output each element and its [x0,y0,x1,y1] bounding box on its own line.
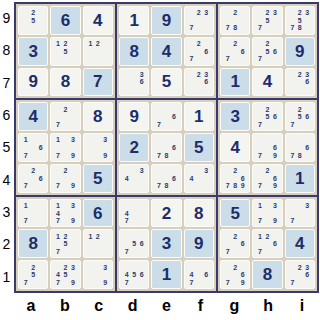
cell-a2[interactable]: 8 [18,229,48,258]
cell-g4[interactable]: 26789 [220,164,250,193]
candidate-9 [271,248,278,256]
cell-d4[interactable]: 34 [119,164,149,193]
candidate-7: 7 [256,182,263,190]
candidate-9 [37,151,44,159]
cell-b2[interactable]: 1257 [50,229,80,258]
candidate-3 [239,9,246,17]
candidate-8 [62,151,69,159]
candidate-4 [54,240,61,248]
box-0: 2564312512987 [16,4,115,98]
candidate-6 [69,271,76,279]
candidate-7: 7 [289,24,296,32]
candidate-2: 2 [264,105,271,113]
candidate-6: 6 [170,113,177,121]
cell-a8[interactable]: 3 [18,37,48,66]
candidate-6: 6 [304,113,311,121]
cell-h1[interactable]: 8 [252,260,282,289]
cell-e4[interactable]: 678 [151,164,181,193]
candidate-grid: 2567 [253,103,281,130]
cell-i1[interactable]: 2367 [285,260,315,289]
candidate-grid: 12 [84,230,112,257]
cell-g2[interactable]: 267 [220,229,250,258]
cell-d2[interactable]: 567 [119,229,149,258]
cell-h8[interactable]: 2567 [252,37,282,66]
candidate-3 [138,232,145,240]
candidate-9 [304,278,311,286]
candidate-6 [37,209,44,217]
candidate-7: 7 [224,182,231,190]
candidate-2: 2 [296,71,303,79]
candidate-7: 7 [256,55,263,63]
cell-c3[interactable]: 6 [83,199,113,228]
candidate-6: 6 [138,78,145,86]
cell-value: 4 [263,73,272,90]
cell-value: 9 [162,12,171,29]
candidate-5 [62,174,69,182]
candidate-1 [188,40,195,48]
candidate-4 [54,174,61,182]
candidate-1 [123,202,130,210]
candidate-2 [296,202,303,210]
candidate-7: 7 [123,217,130,225]
candidate-6: 6 [203,47,210,55]
cell-i5[interactable]: 678 [285,133,315,162]
box-5: 32567256746796782678926791 [218,100,317,194]
candidate-6 [271,209,278,217]
candidate-2 [62,202,69,210]
candidate-grid: 17 [19,200,47,227]
cell-c2[interactable]: 12 [83,229,113,258]
candidate-grid: 36 [120,69,148,96]
candidate-5 [195,17,202,25]
candidate-5 [231,240,238,248]
candidate-3 [69,232,76,240]
cell-b8[interactable]: 125 [50,37,80,66]
candidate-4 [188,47,195,55]
cell-c6[interactable]: 8 [83,102,113,131]
candidate-5: 5 [130,240,137,248]
candidate-2: 2 [231,9,238,17]
candidate-7: 7 [123,278,130,286]
candidate-6 [102,47,109,55]
candidate-6 [69,47,76,55]
cell-c5[interactable]: 39 [83,133,113,162]
cell-e9[interactable]: 9 [151,6,181,35]
candidate-8 [130,217,137,225]
cell-g5[interactable]: 4 [220,133,250,162]
candidate-2 [195,263,202,271]
candidate-8: 8 [231,182,238,190]
cell-a9[interactable]: 25 [18,6,48,35]
cell-value: 2 [129,139,138,156]
candidate-7: 7 [54,121,61,129]
cell-g8[interactable]: 267 [220,37,250,66]
candidate-5 [29,144,36,152]
cell-i9[interactable]: 23578 [285,6,315,35]
cell-c9[interactable]: 4 [83,6,113,35]
candidate-7: 7 [22,182,29,190]
candidate-7: 7 [224,248,231,256]
candidate-9 [203,24,210,32]
candidate-8 [195,182,202,190]
candidate-7 [54,55,61,63]
candidate-5 [130,78,137,86]
candidate-4 [188,17,195,25]
candidate-3 [239,232,246,240]
cell-value: 3 [230,108,239,125]
candidate-5: 5 [296,113,303,121]
cell-c7[interactable]: 7 [83,68,113,97]
candidate-6 [37,17,44,25]
candidate-grid: 2567 [253,38,281,65]
candidate-9 [203,182,210,190]
candidate-3: 3 [102,263,109,271]
cell-h6[interactable]: 2567 [252,102,282,131]
candidate-8 [264,248,271,256]
cell-a4[interactable]: 267 [18,164,48,193]
candidate-9 [304,24,311,32]
candidate-4 [22,144,29,152]
candidate-4 [87,144,94,152]
candidate-8 [29,151,36,159]
candidate-4 [256,113,263,121]
cell-g6[interactable]: 3 [220,102,250,131]
candidate-5: 5 [264,17,271,25]
cell-b1[interactable]: 234579 [50,260,80,289]
candidate-4 [224,47,231,55]
cell-a3[interactable]: 17 [18,199,48,228]
cell-i7[interactable]: 236 [285,68,315,97]
cell-value: 5 [230,205,239,222]
candidate-3 [138,202,145,210]
row-label-1: 1 [0,261,13,293]
candidate-2 [130,167,137,175]
candidate-3 [271,232,278,240]
candidate-1: 1 [256,202,263,210]
cell-h4[interactable]: 2679 [252,164,282,193]
candidate-6: 6 [304,78,311,86]
candidate-5: 5 [62,47,69,55]
cell-h2[interactable]: 1267 [252,229,282,258]
cell-value: 2 [162,205,171,222]
candidate-6 [69,113,76,121]
cell-f2[interactable]: 9 [184,229,214,258]
col-label-f: f [183,293,217,319]
cell-h9[interactable]: 2357 [252,6,282,35]
candidate-5: 5 [296,17,303,25]
candidate-2: 2 [231,40,238,48]
cell-e8[interactable]: 4 [151,37,181,66]
cell-value: 9 [194,235,203,252]
cell-value: 5 [194,139,203,156]
candidate-7: 7 [256,24,263,32]
cell-value: 8 [93,108,102,125]
candidate-1 [289,9,296,17]
cell-c8[interactable]: 12 [83,37,113,66]
candidate-8 [195,86,202,94]
cell-f5[interactable]: 5 [184,133,214,162]
candidate-5 [195,78,202,86]
candidate-9 [102,248,109,256]
cell-d9[interactable]: 1 [119,6,149,35]
candidate-4: 4 [188,271,195,279]
candidate-2: 2 [62,232,69,240]
candidate-7: 7 [289,278,296,286]
cell-d5[interactable]: 2 [119,133,149,162]
candidate-9 [170,121,177,129]
cell-g3[interactable]: 5 [220,199,250,228]
candidate-9 [239,55,246,63]
candidate-5 [94,47,101,55]
candidate-grid: 34 [120,165,148,192]
candidate-8 [264,217,271,225]
cell-i3[interactable]: 37 [285,199,315,228]
candidate-4 [224,240,231,248]
cell-e6[interactable]: 67 [151,102,181,131]
col-label-e: e [150,293,184,319]
candidate-2: 2 [296,105,303,113]
candidate-4 [87,240,94,248]
candidate-3: 3 [203,9,210,17]
candidate-6: 6 [271,240,278,248]
candidate-8 [29,278,36,286]
cell-e1[interactable]: 1 [151,260,181,289]
candidate-6: 6 [37,174,44,182]
candidate-1 [155,136,162,144]
candidate-9 [203,55,210,63]
candidate-4 [224,17,231,25]
cell-f8[interactable]: 267 [184,37,214,66]
cell-h3[interactable]: 1379 [252,199,282,228]
candidate-7: 7 [155,151,162,159]
col-label-d: d [116,293,150,319]
candidate-3 [69,105,76,113]
candidate-5 [195,271,202,279]
candidate-2 [29,136,36,144]
candidate-6: 6 [239,47,246,55]
cell-a1[interactable]: 257 [18,260,48,289]
candidate-4: 4 [123,209,130,217]
candidate-9: 9 [69,217,76,225]
cell-d8[interactable]: 8 [119,37,149,66]
candidate-2 [163,136,170,144]
row-labels: 987654321 [0,2,13,293]
candidate-4 [224,174,231,182]
candidate-1 [123,263,130,271]
candidate-3 [102,40,109,48]
candidate-9 [239,248,246,256]
candidate-grid: 26789 [221,165,249,192]
candidate-9 [138,86,145,94]
cell-d1[interactable]: 4567 [119,260,149,289]
cell-i6[interactable]: 2567 [285,102,315,131]
candidate-2: 2 [62,263,69,271]
cell-c4[interactable]: 5 [83,164,113,193]
candidate-5 [62,144,69,152]
cell-b9[interactable]: 6 [50,6,80,35]
candidate-grid: 1379 [51,134,79,161]
sudoku-app: 987654321 256431251298719237842673652362… [0,0,320,320]
candidate-6 [102,240,109,248]
cell-f9[interactable]: 237 [184,6,214,35]
candidate-8: 8 [296,151,303,159]
candidate-5: 5 [29,17,36,25]
candidate-1 [224,263,231,271]
candidate-9 [69,248,76,256]
candidate-5 [163,174,170,182]
candidate-grid: 2357 [253,7,281,34]
candidate-4 [289,271,296,279]
box-7: 47285673945671467 [117,197,216,291]
candidate-3: 3 [271,9,278,17]
candidate-grid: 267 [221,230,249,257]
candidate-4 [22,209,29,217]
cell-e3[interactable]: 2 [151,199,181,228]
candidate-8 [94,151,101,159]
cell-value: 9 [295,43,304,60]
candidate-5 [264,240,271,248]
candidate-7: 7 [54,151,61,159]
candidate-4 [155,144,162,152]
cell-a6[interactable]: 4 [18,102,48,131]
candidate-1 [289,202,296,210]
cell-g7[interactable]: 1 [220,68,250,97]
candidate-4 [289,144,296,152]
candidate-grid: 279 [51,165,79,192]
candidate-2 [163,167,170,175]
cell-value: 8 [28,235,37,252]
cell-f6[interactable]: 1 [184,102,214,131]
candidate-1 [123,71,130,79]
candidate-2 [264,136,271,144]
candidate-grid: 2567 [286,103,314,130]
candidate-9: 9 [69,151,76,159]
candidate-9: 9 [239,278,246,286]
cell-d6[interactable]: 9 [119,102,149,131]
candidate-3: 3 [304,263,311,271]
cell-value: 8 [263,266,272,283]
cell-value: 6 [93,205,102,222]
candidate-7: 7 [22,151,29,159]
candidate-7: 7 [289,121,296,129]
cell-a7[interactable]: 9 [18,68,48,97]
candidate-5 [29,174,36,182]
candidate-3: 3 [304,9,311,17]
candidate-3: 3 [203,167,210,175]
cell-i2[interactable]: 4 [285,229,315,258]
candidate-5 [296,271,303,279]
candidate-7: 7 [155,182,162,190]
cell-f4[interactable]: 34 [184,164,214,193]
candidate-1 [155,167,162,175]
candidate-9 [69,55,76,63]
row-label-6: 6 [0,99,13,131]
candidate-8 [195,278,202,286]
cell-f1[interactable]: 467 [184,260,214,289]
candidate-5 [130,174,137,182]
candidate-8 [231,55,238,63]
cell-e5[interactable]: 678 [151,133,181,162]
cell-c1[interactable]: 39 [83,260,113,289]
cell-d7[interactable]: 36 [119,68,149,97]
cell-a5[interactable]: 167 [18,133,48,162]
candidate-7 [188,182,195,190]
cell-d3[interactable]: 47 [119,199,149,228]
candidate-grid: 678 [152,165,180,192]
candidate-1 [224,40,231,48]
candidate-6: 6 [271,113,278,121]
candidate-7: 7 [22,278,29,286]
candidate-5 [296,144,303,152]
candidate-7 [87,55,94,63]
cell-h5[interactable]: 679 [252,133,282,162]
cell-h7[interactable]: 4 [252,68,282,97]
candidate-2: 2 [264,40,271,48]
candidate-1 [22,263,29,271]
candidate-4 [22,17,29,25]
candidate-2: 2 [29,263,36,271]
box-2: 2782357235782672567914236 [218,4,317,98]
candidate-8 [29,24,36,32]
candidate-8 [62,278,69,286]
cell-b6[interactable]: 27 [50,102,80,131]
candidate-grid: 678 [152,134,180,161]
candidate-2 [195,167,202,175]
cell-b3[interactable]: 13479 [50,199,80,228]
cell-g9[interactable]: 278 [220,6,250,35]
candidate-8 [296,278,303,286]
candidate-grid: 567 [120,230,148,257]
candidate-grid: 257 [19,261,47,288]
cell-e7[interactable]: 5 [151,68,181,97]
candidate-5: 5 [264,47,271,55]
candidate-grid: 39 [84,261,112,288]
candidate-1 [54,167,61,175]
candidate-4 [256,174,263,182]
cell-e2[interactable]: 3 [151,229,181,258]
cell-g1[interactable]: 2679 [220,260,250,289]
cell-b5[interactable]: 1379 [50,133,80,162]
cell-b7[interactable]: 8 [50,68,80,97]
cell-value: 5 [93,170,102,187]
cell-i4[interactable]: 1 [285,164,315,193]
candidate-5: 5 [62,240,69,248]
candidate-9 [37,217,44,225]
cell-f3[interactable]: 8 [184,199,214,228]
cell-b4[interactable]: 279 [50,164,80,193]
candidate-9: 9 [69,278,76,286]
candidate-9 [37,182,44,190]
candidate-1 [54,105,61,113]
candidate-8 [264,24,271,32]
cell-f7[interactable]: 236 [184,68,214,97]
candidate-2 [264,202,271,210]
col-label-g: g [217,293,251,319]
cell-i8[interactable]: 9 [285,37,315,66]
candidate-1: 1 [54,202,61,210]
candidate-8: 8 [163,182,170,190]
candidate-8 [130,248,137,256]
candidate-4 [123,78,130,86]
candidate-5 [163,113,170,121]
candidate-6: 6 [304,144,311,152]
candidate-2: 2 [264,9,271,17]
candidate-5: 5 [29,271,36,279]
candidate-2 [29,202,36,210]
candidate-2 [130,202,137,210]
cell-value: 9 [28,73,37,90]
candidate-9 [102,55,109,63]
